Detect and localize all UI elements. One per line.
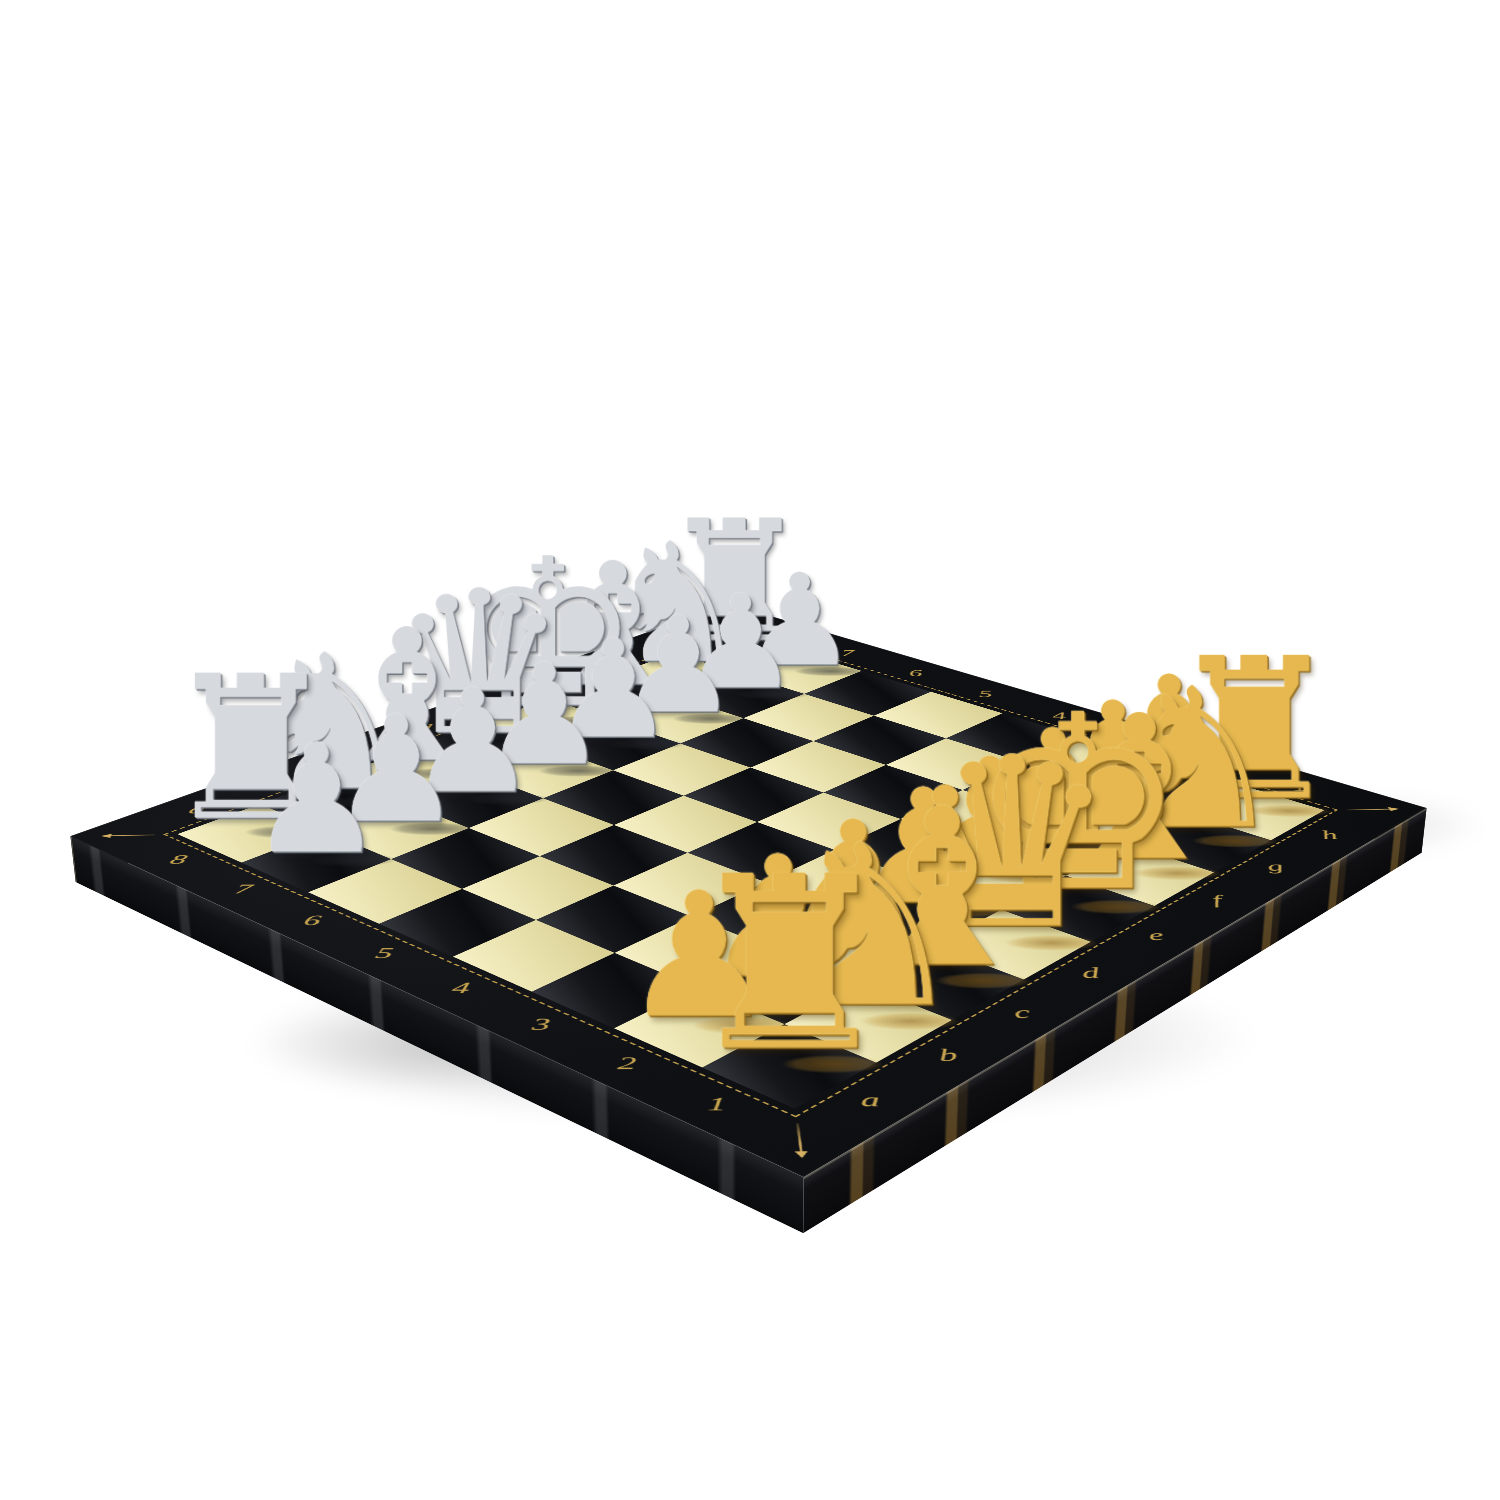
- piece-figure: ♟: [202, 729, 430, 868]
- file-label-back-g: g: [614, 652, 628, 662]
- pawn-glyph: ♟: [248, 729, 383, 868]
- rank-label-right-8: 8: [777, 629, 790, 638]
- chess-board-3d: aabbccddeeffgghh8877665544332211 ♜♞♝♛♚♝♞…: [71, 604, 1427, 1177]
- rank-label-right-6: 6: [908, 668, 923, 678]
- piece-figure: ♜: [655, 854, 922, 1073]
- rook-glyph: ♜: [682, 854, 895, 1073]
- file-label-back-h: h: [675, 631, 688, 640]
- product-photo-scene: aabbccddeeffgghh8877665544332211 ♜♞♝♛♚♝♞…: [0, 0, 1500, 1500]
- rank-label-right-7: 7: [841, 648, 855, 658]
